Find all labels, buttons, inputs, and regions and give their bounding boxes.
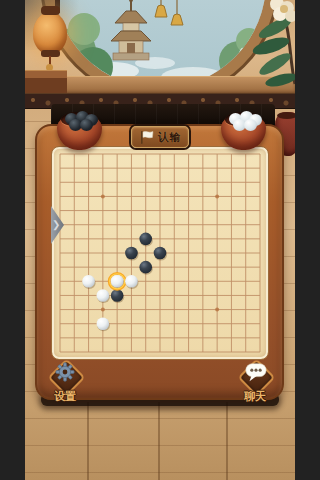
goban[interactable] [58, 152, 262, 354]
game-screen: ❯ 认输 [25, 0, 295, 480]
white-flower [270, 0, 295, 22]
lantern-cap [41, 6, 60, 15]
star-point [101, 194, 105, 198]
stone-black [139, 261, 152, 274]
lantern [33, 12, 67, 54]
side-table [25, 70, 67, 78]
stone-white [97, 289, 110, 302]
gear-icon [54, 361, 76, 383]
chevron-right-icon: ❯ [52, 219, 60, 230]
resign-button[interactable]: 认输 [131, 126, 189, 148]
stone-white [111, 275, 124, 288]
chat-button[interactable]: 聊天 [235, 358, 275, 404]
white-stone-bowl [220, 109, 267, 150]
stone-black [154, 247, 167, 260]
chat-label: 聊天 [235, 389, 275, 404]
plant [251, 0, 295, 90]
white-flag-icon [139, 130, 155, 145]
settings-button[interactable]: 设置 [45, 358, 85, 404]
bowl-stone-white [244, 119, 257, 131]
bowl-stone-black [80, 119, 93, 131]
stone-white [82, 275, 95, 288]
settings-label: 设置 [45, 389, 85, 404]
floor-seam [158, 402, 160, 480]
stone-black [125, 247, 138, 260]
stone-black [111, 289, 124, 302]
stone-white [97, 317, 110, 330]
black-stone-bowl [56, 109, 103, 150]
stone-black [139, 233, 152, 246]
stone-white [125, 275, 138, 288]
star-point [215, 308, 219, 312]
speech-bubble-icon [244, 361, 268, 383]
floor-seam [87, 402, 89, 480]
star-point [215, 194, 219, 198]
floor-seam [226, 402, 228, 480]
resign-label: 认输 [158, 130, 182, 145]
star-point [101, 308, 105, 312]
